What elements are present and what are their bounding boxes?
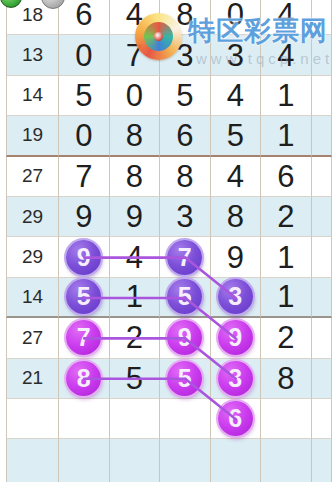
digit: 4 [126,242,143,273]
right-margin [332,0,336,35]
digit-cell: 4 [211,76,262,116]
circled-digit: 9 [167,320,202,355]
digit: 4 [227,161,244,192]
digit-cell: 8 [110,116,161,156]
overflow-column-stub [312,116,332,156]
digit: 6 [277,161,294,192]
digit-cell: 1 [261,278,312,318]
circled-digit: 6 [218,401,253,436]
chart-row: 2994791 [0,237,336,277]
digit: 8 [126,120,143,151]
digit-cell: 6 [160,116,211,156]
overflow-column-stub [312,0,332,35]
digit: 2 [277,201,294,232]
digit-cell: 0 [59,35,110,75]
digit-cell: 8 [261,359,312,399]
digit: 1 [277,80,294,111]
overflow-column-stub [312,157,332,197]
right-margin [332,157,336,197]
circled-digit: 9 [218,320,253,355]
digit-cell [211,439,262,482]
digit-cell: 7 [59,157,110,197]
digit-cell: 3 [160,197,211,237]
digit-cell: 7 [59,318,110,358]
right-margin [332,116,336,156]
digit: 6 [176,120,193,151]
digit-cell: 4 [211,157,262,197]
digit-cell [59,439,110,482]
circled-digit: 5 [66,279,101,314]
right-margin [332,399,336,439]
row-sum-label: 27 [6,157,59,197]
digit-cell: 2 [261,318,312,358]
digit: 8 [176,161,193,192]
row-sum-label: 19 [6,116,59,156]
circled-digit: 7 [66,320,101,355]
digit-cell: 9 [211,237,262,277]
digit-cell: 8 [160,0,211,35]
circled-digit: 3 [218,279,253,314]
digit-cell: 0 [211,0,262,35]
chart-row [0,439,336,482]
digit: 2 [126,322,143,353]
digit: 9 [126,201,143,232]
circled-digit: 3 [218,361,253,396]
row-sum-label: 29 [6,237,59,277]
digit: 8 [176,0,193,30]
overflow-column-stub [312,359,332,399]
chart-row: 1451531 [0,278,336,318]
digit: 5 [126,363,143,394]
digit: 5 [75,80,92,111]
right-margin [332,359,336,399]
right-margin [332,35,336,75]
digit-cell: 9 [110,197,161,237]
circled-digit: 9 [66,240,101,275]
row-sum-label: 27 [6,318,59,358]
circled-digit: 5 [167,361,202,396]
circled-digit: 8 [66,361,101,396]
chart-row: 2778846 [0,157,336,197]
digit: 3 [176,40,193,71]
digit-cell: 4 [261,0,312,35]
digit: 0 [75,120,92,151]
digit-cell: 8 [110,157,161,197]
digit-cell: 1 [261,237,312,277]
lottery-trend-chart: 1864804130733414505411908651277884629993… [0,0,336,482]
digit-cell: 5 [160,278,211,318]
digit-cell: 0 [59,116,110,156]
digit-cell [261,439,312,482]
digit: 4 [277,40,294,71]
digit-cell: 1 [110,278,161,318]
digit-cell: 8 [211,197,262,237]
digit: 9 [227,242,244,273]
digit-cell: 9 [59,197,110,237]
digit-cell: 1 [261,116,312,156]
digit-cell: 0 [110,76,161,116]
right-margin [332,197,336,237]
row-sum-label: 29 [6,197,59,237]
chart-grid: 1864804130733414505411908651277884629993… [0,0,336,482]
digit-cell [160,399,211,439]
overflow-column-stub [312,439,332,482]
right-margin [332,76,336,116]
digit-cell: 6 [261,157,312,197]
right-margin [332,237,336,277]
circled-digit: 5 [167,279,202,314]
chart-row: 1908651 [0,116,336,156]
digit-cell: 5 [59,278,110,318]
row-sum-label: 14 [6,76,59,116]
chart-row: 1307334 [0,35,336,75]
circled-digit: 7 [167,240,202,275]
digit-cell: 3 [211,278,262,318]
digit-cell: 2 [261,197,312,237]
digit-cell [261,399,312,439]
digit: 4 [277,0,294,30]
overflow-column-stub [312,399,332,439]
digit: 1 [277,281,294,312]
digit: 3 [176,201,193,232]
digit: 2 [277,322,294,353]
digit: 5 [176,80,193,111]
digit: 8 [126,161,143,192]
digit: 1 [126,281,143,312]
digit-cell: 4 [110,237,161,277]
digit: 1 [277,242,294,273]
chart-row: 6 [0,399,336,439]
digit-cell: 6 [59,0,110,35]
digit: 0 [75,40,92,71]
digit-cell: 5 [160,76,211,116]
digit: 4 [126,0,143,30]
digit-cell [110,399,161,439]
digit-cell: 5 [59,76,110,116]
overflow-column-stub [312,278,332,318]
chart-row: 1450541 [0,76,336,116]
digit: 6 [75,0,92,30]
digit-cell [110,439,161,482]
digit: 5 [227,120,244,151]
digit-cell [160,439,211,482]
digit-cell: 1 [261,76,312,116]
digit: 7 [75,161,92,192]
right-margin [332,439,336,482]
right-margin [332,318,336,358]
overflow-column-stub [312,237,332,277]
chart-row: 2185538 [0,359,336,399]
row-sum-label [6,399,59,439]
overflow-column-stub [312,318,332,358]
digit-cell: 6 [211,399,262,439]
digit-cell: 9 [160,318,211,358]
chart-row: 2999382 [0,197,336,237]
digit-cell: 7 [160,237,211,277]
digit-cell: 3 [211,359,262,399]
digit-cell: 8 [160,157,211,197]
digit-cell: 5 [110,359,161,399]
digit-cell: 8 [59,359,110,399]
digit-cell [59,399,110,439]
digit: 9 [75,201,92,232]
digit: 1 [277,120,294,151]
digit: 8 [227,201,244,232]
right-margin [332,278,336,318]
digit: 0 [227,0,244,30]
digit-cell: 2 [110,318,161,358]
digit: 8 [277,363,294,394]
digit: 4 [227,80,244,111]
overflow-column-stub [312,76,332,116]
digit-cell: 4 [110,0,161,35]
overflow-column-stub [312,197,332,237]
digit-cell: 7 [110,35,161,75]
digit-cell: 5 [160,359,211,399]
row-sum-label [6,439,59,482]
digit: 7 [126,40,143,71]
digit-cell: 4 [261,35,312,75]
row-sum-label: 13 [6,35,59,75]
digit-cell: 9 [211,318,262,358]
overflow-column-stub [312,35,332,75]
digit-cell: 3 [160,35,211,75]
digit-cell: 3 [211,35,262,75]
digit-cell: 9 [59,237,110,277]
digit: 0 [126,80,143,111]
row-sum-label: 14 [6,278,59,318]
digit-cell: 5 [211,116,262,156]
digit: 3 [227,40,244,71]
row-sum-label: 21 [6,359,59,399]
chart-row: 2772992 [0,318,336,358]
